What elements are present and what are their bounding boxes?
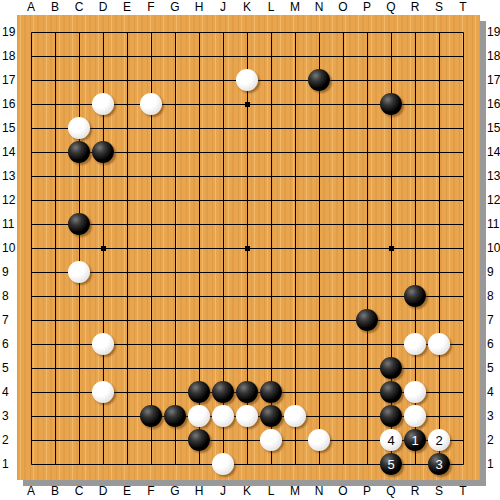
move-number-label: 4 <box>387 434 394 447</box>
col-label-top-P: P <box>355 0 379 14</box>
col-label-top-J: J <box>211 0 235 14</box>
row-label-right-6: 6 <box>487 332 500 356</box>
stone-white-R6 <box>404 333 426 355</box>
col-label-bottom-P: P <box>355 484 379 498</box>
stone-black-Q16 <box>380 93 402 115</box>
row-label-right-19: 19 <box>487 20 500 44</box>
row-label-right-1: 1 <box>487 452 500 476</box>
col-label-bottom-B: B <box>43 484 67 498</box>
stone-white-K3 <box>236 405 258 427</box>
stone-white-D16 <box>92 93 114 115</box>
row-label-right-14: 14 <box>487 140 500 164</box>
stone-black-G3 <box>164 405 186 427</box>
col-label-top-T: T <box>451 0 475 14</box>
stone-white-S6 <box>428 333 450 355</box>
row-label-right-11: 11 <box>487 212 500 236</box>
stone-black-R8 <box>404 285 426 307</box>
col-label-bottom-R: R <box>403 484 427 498</box>
row-label-right-12: 12 <box>487 188 500 212</box>
col-label-bottom-H: H <box>187 484 211 498</box>
col-label-top-N: N <box>307 0 331 14</box>
go-diagram: 12345 ABCDEFGHJKLMNOPQRST ABCDEFGHJKLMNO… <box>0 0 500 500</box>
col-label-bottom-C: C <box>67 484 91 498</box>
col-label-bottom-F: F <box>139 484 163 498</box>
stone-black-L4 <box>260 381 282 403</box>
col-label-top-Q: Q <box>379 0 403 14</box>
row-label-right-10: 10 <box>487 236 500 260</box>
row-label-right-7: 7 <box>487 308 500 332</box>
row-label-right-17: 17 <box>487 68 500 92</box>
column-labels-bottom: ABCDEFGHJKLMNOPQRST <box>19 484 475 498</box>
row-label-left-3: 3 <box>2 404 17 428</box>
row-label-right-15: 15 <box>487 116 500 140</box>
col-label-top-G: G <box>163 0 187 14</box>
row-label-left-15: 15 <box>2 116 17 140</box>
stone-white-H3 <box>188 405 210 427</box>
move-3-stone-black-S1: 3 <box>428 453 450 475</box>
stone-white-D6 <box>92 333 114 355</box>
row-label-left-7: 7 <box>2 308 17 332</box>
row-label-left-5: 5 <box>2 356 17 380</box>
col-label-top-M: M <box>283 0 307 14</box>
stone-black-C11 <box>68 213 90 235</box>
stones-grid: 12345 <box>19 20 475 476</box>
stone-white-R3 <box>404 405 426 427</box>
stone-white-F16 <box>140 93 162 115</box>
move-number-label: 5 <box>387 458 394 471</box>
stone-black-H2 <box>188 429 210 451</box>
row-label-right-8: 8 <box>487 284 500 308</box>
col-label-bottom-G: G <box>163 484 187 498</box>
move-number-label: 1 <box>411 434 418 447</box>
stone-black-N17 <box>308 69 330 91</box>
move-number-label: 2 <box>435 434 442 447</box>
col-label-bottom-M: M <box>283 484 307 498</box>
row-label-left-6: 6 <box>2 332 17 356</box>
move-1-stone-black-R2: 1 <box>404 429 426 451</box>
move-5-stone-black-Q1: 5 <box>380 453 402 475</box>
stone-white-M3 <box>284 405 306 427</box>
stone-black-Q5 <box>380 357 402 379</box>
row-label-left-16: 16 <box>2 92 17 116</box>
stone-black-H4 <box>188 381 210 403</box>
move-2-stone-white-S2: 2 <box>428 429 450 451</box>
stone-white-J1 <box>212 453 234 475</box>
row-label-right-13: 13 <box>487 164 500 188</box>
row-label-left-10: 10 <box>2 236 17 260</box>
row-label-left-17: 17 <box>2 68 17 92</box>
row-label-left-4: 4 <box>2 380 17 404</box>
row-label-left-14: 14 <box>2 140 17 164</box>
row-label-left-2: 2 <box>2 428 17 452</box>
col-label-top-C: C <box>67 0 91 14</box>
col-label-bottom-K: K <box>235 484 259 498</box>
stone-black-Q4 <box>380 381 402 403</box>
col-label-top-B: B <box>43 0 67 14</box>
col-label-top-K: K <box>235 0 259 14</box>
stone-black-L3 <box>260 405 282 427</box>
row-label-left-19: 19 <box>2 20 17 44</box>
col-label-top-F: F <box>139 0 163 14</box>
stone-black-D14 <box>92 141 114 163</box>
row-label-right-5: 5 <box>487 356 500 380</box>
stone-black-K4 <box>236 381 258 403</box>
col-label-bottom-J: J <box>211 484 235 498</box>
stone-white-L2 <box>260 429 282 451</box>
col-label-top-R: R <box>403 0 427 14</box>
col-label-top-L: L <box>259 0 283 14</box>
row-label-right-9: 9 <box>487 260 500 284</box>
column-labels-top: ABCDEFGHJKLMNOPQRST <box>19 0 475 14</box>
col-label-bottom-D: D <box>91 484 115 498</box>
col-label-bottom-O: O <box>331 484 355 498</box>
col-label-top-A: A <box>19 0 43 14</box>
col-label-top-H: H <box>187 0 211 14</box>
col-label-bottom-E: E <box>115 484 139 498</box>
row-label-left-12: 12 <box>2 188 17 212</box>
row-label-right-2: 2 <box>487 428 500 452</box>
stone-black-Q3 <box>380 405 402 427</box>
col-label-bottom-L: L <box>259 484 283 498</box>
col-label-top-S: S <box>427 0 451 14</box>
stone-white-K17 <box>236 69 258 91</box>
move-4-stone-white-Q2: 4 <box>380 429 402 451</box>
stone-white-D4 <box>92 381 114 403</box>
row-labels-right: 19181716151413121110987654321 <box>487 20 500 476</box>
col-label-bottom-T: T <box>451 484 475 498</box>
row-label-left-8: 8 <box>2 284 17 308</box>
col-label-bottom-N: N <box>307 484 331 498</box>
col-label-top-D: D <box>91 0 115 14</box>
stone-black-F3 <box>140 405 162 427</box>
row-label-left-11: 11 <box>2 212 17 236</box>
row-label-left-13: 13 <box>2 164 17 188</box>
row-label-right-18: 18 <box>487 44 500 68</box>
col-label-top-O: O <box>331 0 355 14</box>
col-label-top-E: E <box>115 0 139 14</box>
stone-black-J4 <box>212 381 234 403</box>
row-labels-left: 19181716151413121110987654321 <box>2 20 17 476</box>
stone-black-C14 <box>68 141 90 163</box>
stone-white-J3 <box>212 405 234 427</box>
row-label-left-18: 18 <box>2 44 17 68</box>
row-label-right-4: 4 <box>487 380 500 404</box>
stone-white-R4 <box>404 381 426 403</box>
stone-white-N2 <box>308 429 330 451</box>
col-label-bottom-Q: Q <box>379 484 403 498</box>
row-label-left-9: 9 <box>2 260 17 284</box>
row-label-left-1: 1 <box>2 452 17 476</box>
stone-white-C15 <box>68 117 90 139</box>
col-label-bottom-A: A <box>19 484 43 498</box>
stone-white-C9 <box>68 261 90 283</box>
move-number-label: 3 <box>435 458 442 471</box>
row-label-right-16: 16 <box>487 92 500 116</box>
col-label-bottom-S: S <box>427 484 451 498</box>
stone-black-P7 <box>356 309 378 331</box>
row-label-right-3: 3 <box>487 404 500 428</box>
